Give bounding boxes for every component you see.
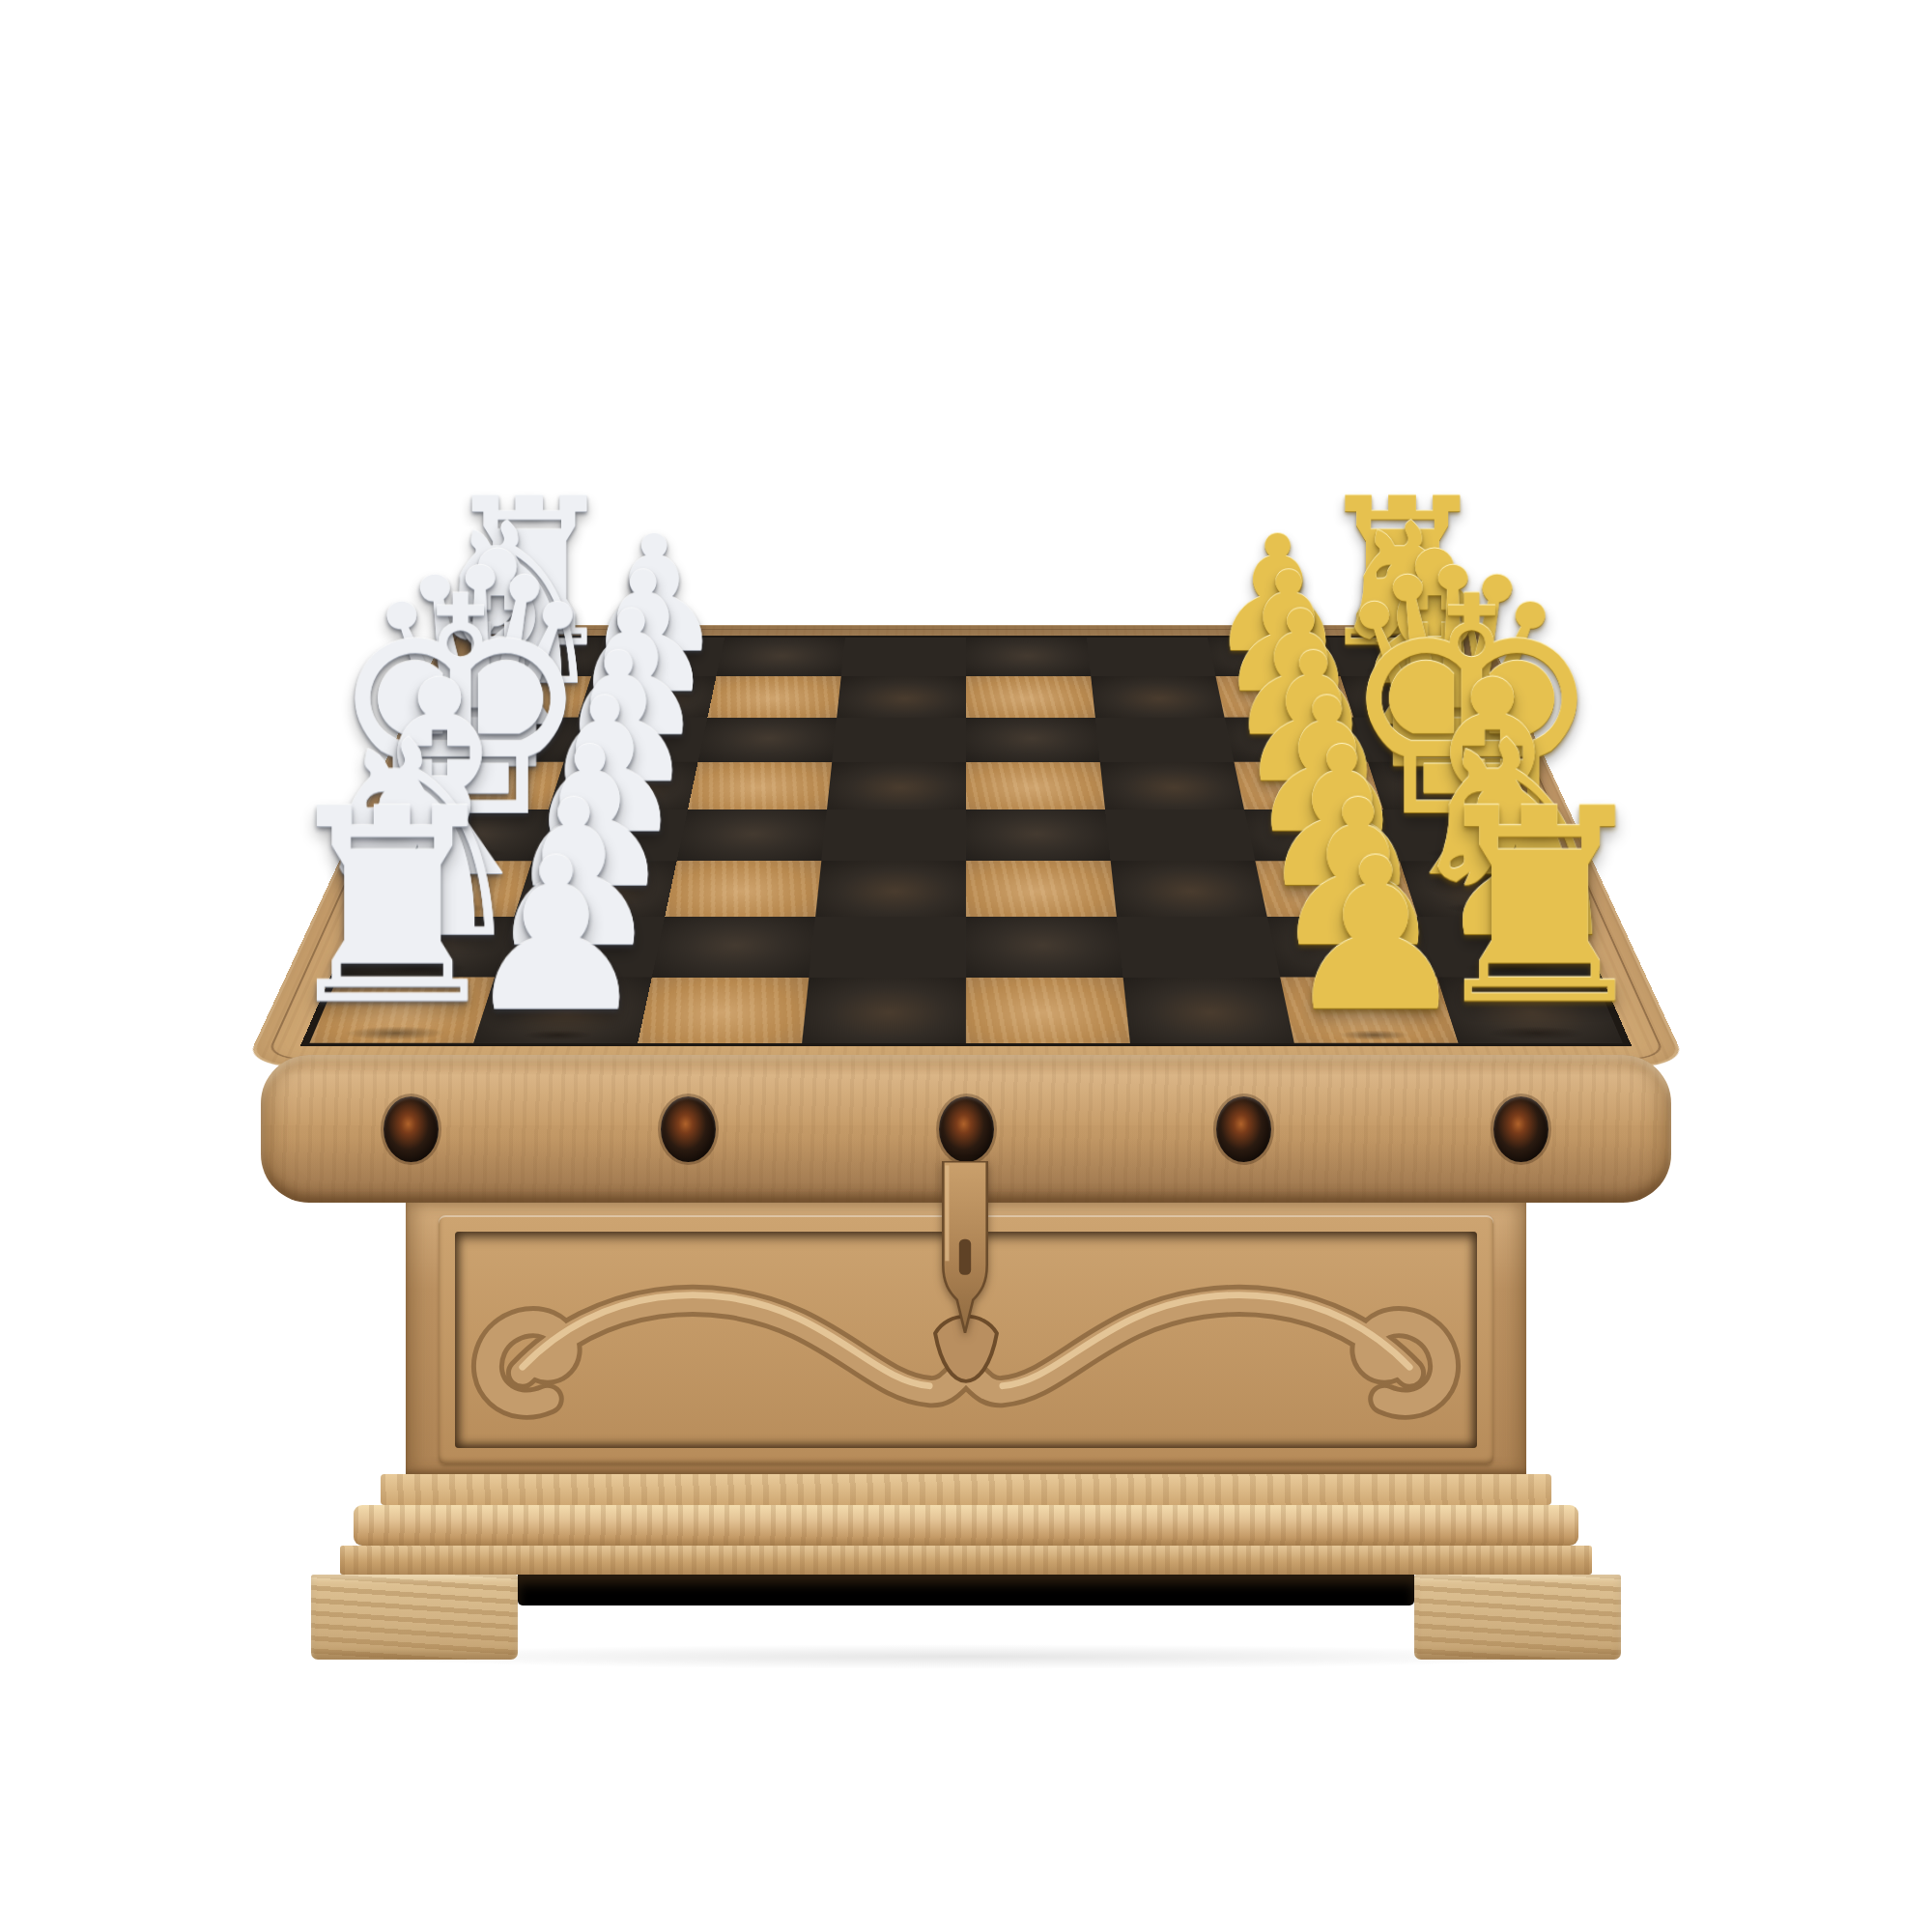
square-f4[interactable]	[815, 861, 966, 917]
square-h8[interactable]: ♜	[1437, 978, 1623, 1043]
checkerboard: ♜♟♟♜♞♟♟♞♝♟♟♝♛♟♟♛♚♟♟♚♝♟♟♝♞♟♟♞♜♟♟♜	[300, 636, 1633, 1046]
square-b5[interactable]	[966, 676, 1095, 718]
square-h6[interactable]	[1123, 978, 1294, 1043]
square-e4[interactable]	[821, 810, 966, 861]
stud-icon	[1493, 1096, 1548, 1162]
square-f3[interactable]	[665, 861, 821, 917]
square-e6[interactable]	[1105, 810, 1255, 861]
square-d6[interactable]	[1100, 762, 1244, 810]
square-f5[interactable]	[966, 861, 1117, 917]
square-g4[interactable]	[809, 917, 966, 978]
stud-icon	[661, 1096, 716, 1162]
stud-icon	[939, 1096, 994, 1162]
square-f6[interactable]	[1111, 861, 1267, 917]
gold-rook[interactable]: ♜	[1420, 774, 1660, 1041]
square-a5[interactable]	[966, 638, 1091, 676]
square-h4[interactable]	[802, 978, 966, 1043]
stud-icon	[1216, 1096, 1271, 1162]
square-g6[interactable]	[1117, 917, 1280, 978]
square-d4[interactable]	[827, 762, 966, 810]
board-top: ♜♟♟♜♞♟♟♞♝♟♟♝♛♟♟♛♚♟♟♚♝♟♟♝♞♟♟♞♜♟♟♜	[244, 625, 1689, 1066]
square-c5[interactable]	[966, 718, 1100, 762]
square-c4[interactable]	[832, 718, 966, 762]
square-h3[interactable]	[638, 978, 809, 1043]
photo-stage: ♜♟♟♜♞♟♟♞♝♟♟♝♛♟♟♛♚♟♟♚♝♟♟♝♞♟♟♞♜♟♟♜	[0, 0, 1932, 1932]
square-b6[interactable]	[1091, 676, 1224, 718]
square-e5[interactable]	[966, 810, 1111, 861]
square-b3[interactable]	[707, 676, 840, 718]
square-d5[interactable]	[966, 762, 1105, 810]
square-d3[interactable]	[688, 762, 832, 810]
board-scene: ♜♟♟♜♞♟♟♞♝♟♟♝♛♟♟♛♚♟♟♚♝♟♟♝♞♟♟♞♜♟♟♜	[0, 0, 1932, 1932]
square-e3[interactable]	[677, 810, 827, 861]
square-g3[interactable]	[652, 917, 815, 978]
square-a6[interactable]	[1087, 638, 1216, 676]
square-c6[interactable]	[1095, 718, 1235, 762]
square-g5[interactable]	[966, 917, 1123, 978]
square-h2[interactable]: ♟	[473, 978, 652, 1043]
square-a3[interactable]	[717, 638, 846, 676]
square-b4[interactable]	[837, 676, 966, 718]
silver-pawn[interactable]: ♟	[462, 831, 650, 1041]
square-a4[interactable]	[841, 638, 966, 676]
square-c3[interactable]	[698, 718, 838, 762]
square-h5[interactable]	[966, 978, 1130, 1043]
latch-icon[interactable]	[933, 1161, 997, 1337]
stud-icon	[384, 1096, 439, 1162]
